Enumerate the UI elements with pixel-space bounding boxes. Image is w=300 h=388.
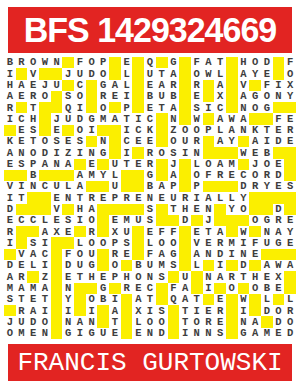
letter-cell: I [86, 305, 98, 316]
blocked-cell [191, 215, 203, 226]
blocked-cell [121, 170, 133, 181]
letter-cell: E [144, 136, 156, 147]
blocked-cell [249, 260, 261, 271]
letter-cell: O [86, 57, 98, 68]
letter-cell: A [179, 283, 191, 294]
letter-cell: O [191, 316, 203, 327]
letter-cell: L [261, 294, 273, 305]
book-title: BFS 1429324669 [24, 10, 277, 51]
blocked-cell [214, 181, 226, 192]
letter-cell: A [238, 113, 250, 124]
letter-cell: V [191, 237, 203, 248]
letter-cell: M [261, 328, 273, 339]
letter-cell: B [144, 181, 156, 192]
letter-cell: N [203, 328, 215, 339]
blocked-cell [168, 305, 180, 316]
letter-cell: I [62, 305, 74, 316]
letter-cell: O [39, 91, 51, 102]
blocked-cell [179, 260, 191, 271]
letter-cell: A [27, 305, 39, 316]
blocked-cell [97, 181, 109, 192]
blocked-cell [226, 68, 238, 79]
letter-cell: I [74, 147, 86, 158]
letter-cell: R [179, 192, 191, 203]
letter-cell: A [39, 226, 51, 237]
letter-cell: L [214, 125, 226, 136]
blocked-cell [261, 113, 273, 124]
letter-cell: Q [168, 294, 180, 305]
letter-cell: A [156, 181, 168, 192]
letter-cell: E [261, 68, 273, 79]
letter-cell: O [74, 125, 86, 136]
letter-cell: U [144, 260, 156, 271]
blocked-cell [156, 136, 168, 147]
letter-cell: O [74, 249, 86, 260]
letter-cell: R [249, 181, 261, 192]
blocked-cell [226, 260, 238, 271]
letter-cell: G [168, 57, 180, 68]
letter-cell: R [121, 283, 133, 294]
letter-cell: R [284, 305, 296, 316]
letter-cell: A [273, 226, 285, 237]
blocked-cell [249, 80, 261, 91]
blocked-cell [39, 192, 51, 203]
letter-cell: C [39, 249, 51, 260]
letter-cell: A [214, 80, 226, 91]
letter-cell: N [168, 113, 180, 124]
blocked-cell [249, 305, 261, 316]
letter-cell: W [238, 294, 250, 305]
letter-cell: I [226, 249, 238, 260]
letter-cell: P [109, 271, 121, 282]
blocked-cell [284, 192, 296, 203]
letter-cell: I [39, 305, 51, 316]
letter-cell: E [4, 159, 16, 170]
letter-cell: I [39, 237, 51, 248]
letter-cell: G [261, 102, 273, 113]
letter-cell: U [97, 328, 109, 339]
letter-cell: S [144, 215, 156, 226]
letter-cell: R [16, 57, 28, 68]
letter-cell: E [109, 91, 121, 102]
letter-cell: I [4, 68, 16, 79]
letter-cell: D [62, 260, 74, 271]
letter-cell: G [261, 215, 273, 226]
letter-cell: K [144, 125, 156, 136]
letter-cell: I [51, 147, 63, 158]
letter-cell: M [121, 215, 133, 226]
letter-cell: E [273, 283, 285, 294]
blocked-cell [97, 316, 109, 327]
letter-cell: P [109, 192, 121, 203]
letter-cell: U [156, 91, 168, 102]
letter-cell: N [238, 102, 250, 113]
letter-cell: T [121, 159, 133, 170]
letter-cell: J [4, 316, 16, 327]
blocked-cell [284, 159, 296, 170]
letter-cell: P [97, 57, 109, 68]
letter-cell: A [168, 102, 180, 113]
letter-cell: R [273, 215, 285, 226]
letter-cell: D [4, 204, 16, 215]
letter-cell: N [191, 328, 203, 339]
letter-cell: T [168, 204, 180, 215]
blocked-cell [62, 204, 74, 215]
letter-cell: W [238, 226, 250, 237]
blocked-cell [62, 170, 74, 181]
letter-cell: D [273, 204, 285, 215]
blocked-cell [249, 294, 261, 305]
letter-cell: O [191, 68, 203, 79]
blocked-cell [51, 249, 63, 260]
blocked-cell [16, 237, 28, 248]
blocked-cell [203, 181, 215, 192]
letter-cell: U [168, 192, 180, 203]
letter-cell: D [238, 260, 250, 271]
blocked-cell [156, 294, 168, 305]
book-author: FRANCIS GURTOWSKI [17, 348, 282, 378]
letter-cell: U [74, 260, 86, 271]
letter-cell: A [16, 80, 28, 91]
blocked-cell [74, 283, 86, 294]
blocked-cell [156, 204, 168, 215]
letter-cell: L [214, 68, 226, 79]
letter-cell: F [203, 170, 215, 181]
blocked-cell [226, 181, 238, 192]
letter-cell: A [226, 125, 238, 136]
letter-cell: V [51, 204, 63, 215]
letter-cell: A [74, 170, 86, 181]
blocked-cell [121, 204, 133, 215]
letter-cell: O [191, 125, 203, 136]
letter-cell: I [203, 102, 215, 113]
blocked-cell [4, 125, 16, 136]
letter-cell: E [51, 192, 63, 203]
letter-cell: I [121, 125, 133, 136]
blocked-cell [62, 57, 74, 68]
blocked-cell [273, 68, 285, 79]
letter-cell: T [156, 68, 168, 79]
blocked-cell [62, 125, 74, 136]
blocked-cell [156, 113, 168, 124]
letter-cell: S [284, 181, 296, 192]
letter-cell: N [27, 181, 39, 192]
blocked-cell [39, 204, 51, 215]
letter-cell: A [16, 283, 28, 294]
letter-cell: L [132, 316, 144, 327]
blocked-cell [214, 215, 226, 226]
blocked-cell [179, 237, 191, 248]
letter-cell: D [214, 249, 226, 260]
letter-cell: B [144, 91, 156, 102]
letter-cell: L [226, 192, 238, 203]
blocked-cell [226, 102, 238, 113]
letter-cell: E [273, 328, 285, 339]
letter-cell: H [238, 57, 250, 68]
letter-cell: P [109, 237, 121, 248]
blocked-cell [156, 215, 168, 226]
blocked-cell [27, 192, 39, 203]
blocked-cell [132, 57, 144, 68]
letter-cell: A [284, 260, 296, 271]
blocked-cell [121, 305, 133, 316]
letter-cell: I [261, 136, 273, 147]
blocked-cell [16, 170, 28, 181]
blocked-cell [86, 283, 98, 294]
blocked-cell [156, 170, 168, 181]
letter-cell: U [121, 226, 133, 237]
letter-cell: R [16, 271, 28, 282]
blocked-cell [179, 102, 191, 113]
letter-cell: Y [226, 204, 238, 215]
letter-cell: Y [97, 170, 109, 181]
letter-cell: F [168, 226, 180, 237]
letter-cell: N [203, 249, 215, 260]
letter-cell: L [191, 159, 203, 170]
letter-cell: A [249, 328, 261, 339]
blocked-cell [284, 147, 296, 158]
letter-cell: G [97, 147, 109, 158]
letter-cell: T [191, 294, 203, 305]
blocked-cell [51, 237, 63, 248]
letter-cell: O [249, 283, 261, 294]
blocked-cell [203, 136, 215, 147]
blocked-cell [203, 91, 215, 102]
letter-cell: A [214, 226, 226, 237]
letter-cell: I [121, 147, 133, 158]
letter-cell: I [179, 328, 191, 339]
letter-cell: Y [249, 68, 261, 79]
blocked-cell [97, 125, 109, 136]
letter-cell: L [62, 181, 74, 192]
letter-cell: X [284, 80, 296, 91]
letter-cell: T [214, 57, 226, 68]
blocked-cell [284, 204, 296, 215]
blocked-cell [132, 80, 144, 91]
blocked-cell [132, 249, 144, 260]
letter-cell: F [249, 237, 261, 248]
letter-cell: M [226, 237, 238, 248]
letter-cell: F [273, 113, 285, 124]
letter-cell: I [238, 305, 250, 316]
blocked-cell [249, 204, 261, 215]
letter-cell: E [284, 237, 296, 248]
letter-cell: P [27, 159, 39, 170]
letter-cell: E [62, 226, 74, 237]
letter-cell: N [238, 249, 250, 260]
blocked-cell [179, 181, 191, 192]
letter-cell: D [261, 305, 273, 316]
letter-cell: S [168, 260, 180, 271]
letter-cell: Q [144, 57, 156, 68]
letter-cell: D [284, 328, 296, 339]
letter-cell: K [249, 125, 261, 136]
letter-cell: S [214, 328, 226, 339]
letter-cell: E [16, 260, 28, 271]
letter-cell: N [39, 328, 51, 339]
letter-cell: N [51, 159, 63, 170]
letter-cell: D [27, 316, 39, 327]
letter-cell: O [156, 147, 168, 158]
letter-cell: T [27, 136, 39, 147]
letter-cell: E [284, 113, 296, 124]
blocked-cell [226, 305, 238, 316]
blocked-cell [132, 237, 144, 248]
blocked-cell [179, 57, 191, 68]
letter-cell: E [16, 91, 28, 102]
letter-cell: A [203, 192, 215, 203]
puzzle-grid: BROWNFOPEQGFATHODFIVJUDOLUTAOWLAYEOHAEJU… [4, 57, 296, 339]
letter-cell: O [86, 294, 98, 305]
letter-cell: R [27, 91, 39, 102]
letter-cell: C [144, 283, 156, 294]
letter-cell: O [284, 316, 296, 327]
letter-cell: Y [226, 136, 238, 147]
letter-cell: N [62, 316, 74, 327]
letter-cell: Y [261, 181, 273, 192]
letter-cell: A [62, 159, 74, 170]
letter-cell: A [4, 147, 16, 158]
letter-cell: E [97, 192, 109, 203]
letter-cell: E [284, 136, 296, 147]
blocked-cell [86, 80, 98, 91]
blocked-cell [179, 159, 191, 170]
letter-cell: S [51, 136, 63, 147]
letter-cell: R [261, 170, 273, 181]
letter-cell: W [39, 57, 51, 68]
letter-cell: S [121, 237, 133, 248]
blocked-cell [39, 102, 51, 113]
letter-cell: N [97, 136, 109, 147]
blocked-cell [86, 102, 98, 113]
letter-cell: E [203, 237, 215, 248]
letter-cell: H [249, 271, 261, 282]
letter-cell: S [156, 271, 168, 282]
letter-cell: E [132, 283, 144, 294]
letter-cell: E [97, 271, 109, 282]
letter-cell: G [62, 328, 74, 339]
letter-cell: S [16, 159, 28, 170]
blocked-cell [121, 328, 133, 339]
letter-cell: I [144, 305, 156, 316]
letter-cell: A [214, 113, 226, 124]
letter-cell: D [238, 181, 250, 192]
letter-cell: F [191, 57, 203, 68]
letter-cell: U [109, 181, 121, 192]
blocked-cell [203, 147, 215, 158]
letter-cell: E [249, 147, 261, 158]
letter-cell: F [144, 249, 156, 260]
blocked-cell [214, 147, 226, 158]
letter-cell: D [179, 215, 191, 226]
blocked-cell [179, 91, 191, 102]
letter-cell: L [214, 192, 226, 203]
letter-cell: A [238, 68, 250, 79]
letter-cell: A [4, 271, 16, 282]
letter-cell: F [62, 249, 74, 260]
letter-cell: R [86, 226, 98, 237]
blocked-cell [226, 294, 238, 305]
letter-cell: O [284, 68, 296, 79]
letter-cell: M [27, 283, 39, 294]
letter-cell: O [156, 237, 168, 248]
blocked-cell [261, 249, 273, 260]
letter-cell: O [168, 136, 180, 147]
letter-cell: I [203, 283, 215, 294]
letter-cell: E [156, 192, 168, 203]
letter-cell: N [86, 147, 98, 158]
letter-cell: D [74, 113, 86, 124]
blocked-cell [168, 328, 180, 339]
blocked-cell [27, 226, 39, 237]
blocked-cell [132, 226, 144, 237]
letter-cell: E [109, 215, 121, 226]
letter-cell: J [39, 80, 51, 91]
letter-cell: A [238, 91, 250, 102]
blocked-cell [16, 226, 28, 237]
letter-cell: L [121, 80, 133, 91]
letter-cell: O [238, 204, 250, 215]
blocked-cell [226, 91, 238, 102]
letter-cell: A [191, 249, 203, 260]
letter-cell: O [273, 305, 285, 316]
letter-cell: R [16, 305, 28, 316]
blocked-cell [39, 125, 51, 136]
letter-cell: B [261, 283, 273, 294]
letter-cell: D [273, 170, 285, 181]
blocked-cell [179, 113, 191, 124]
blocked-cell [273, 294, 285, 305]
letter-cell: L [109, 170, 121, 181]
letter-cell: V [16, 249, 28, 260]
letter-cell: A [74, 181, 86, 192]
letter-cell: E [62, 136, 74, 147]
letter-cell: Q [62, 102, 74, 113]
letter-cell: E [144, 226, 156, 237]
letter-cell: L [144, 237, 156, 248]
blocked-cell [249, 226, 261, 237]
letter-cell: T [203, 226, 215, 237]
letter-cell: G [238, 328, 250, 339]
blocked-cell [132, 91, 144, 102]
letter-cell: G [97, 80, 109, 91]
blocked-cell [132, 170, 144, 181]
blocked-cell [51, 260, 63, 271]
blocked-cell [132, 102, 144, 113]
blocked-cell [203, 80, 215, 91]
letter-cell: I [191, 192, 203, 203]
letter-cell: I [16, 181, 28, 192]
letter-cell: N [203, 204, 215, 215]
letter-cell: W [226, 113, 238, 124]
letter-cell: F [284, 57, 296, 68]
blocked-cell [74, 305, 86, 316]
blocked-cell [284, 249, 296, 260]
letter-cell: E [51, 125, 63, 136]
letter-cell: M [226, 159, 238, 170]
letter-cell: C [27, 215, 39, 226]
letter-cell: L [121, 68, 133, 79]
letter-cell: O [97, 68, 109, 79]
blocked-cell [156, 159, 168, 170]
blocked-cell [86, 136, 98, 147]
letter-cell: R [121, 192, 133, 203]
blocked-cell [284, 271, 296, 282]
blocked-cell [121, 294, 133, 305]
blocked-cell [121, 181, 133, 192]
letter-cell: B [4, 57, 16, 68]
letter-cell: K [4, 136, 16, 147]
